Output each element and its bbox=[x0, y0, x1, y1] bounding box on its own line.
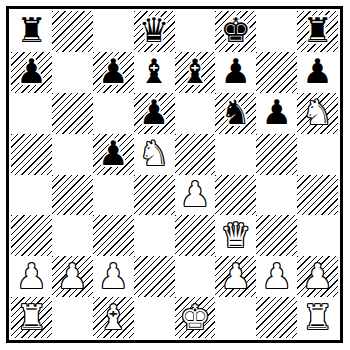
chess-board: ♜♛♚♜♟♟♝♝♟♟♟♞♟♞♟♞♟♛♟♟♟♟♟♟♜♝♚♜ bbox=[6, 6, 343, 343]
chess-diagram: ♜♛♚♜♟♟♝♝♟♟♟♞♟♞♟♞♟♛♟♟♟♟♟♟♜♝♚♜ bbox=[0, 0, 350, 350]
white-pawn: ♟ bbox=[261, 259, 291, 293]
square-f1[interactable] bbox=[215, 297, 256, 338]
square-h7[interactable]: ♟ bbox=[297, 52, 338, 93]
square-b3[interactable] bbox=[52, 215, 93, 256]
white-pawn: ♟ bbox=[180, 177, 210, 211]
white-queen: ♛ bbox=[221, 218, 251, 252]
square-b7[interactable] bbox=[52, 52, 93, 93]
square-h8[interactable]: ♜ bbox=[297, 11, 338, 52]
square-e8[interactable] bbox=[175, 11, 216, 52]
square-c4[interactable] bbox=[93, 175, 134, 216]
square-d8[interactable]: ♛ bbox=[134, 11, 175, 52]
black-bishop: ♝ bbox=[180, 54, 210, 88]
black-pawn: ♟ bbox=[98, 136, 128, 170]
square-e1[interactable]: ♚ bbox=[175, 297, 216, 338]
white-rook: ♜ bbox=[16, 300, 46, 334]
white-bishop: ♝ bbox=[98, 300, 128, 334]
square-c3[interactable] bbox=[93, 215, 134, 256]
square-g1[interactable] bbox=[256, 297, 297, 338]
square-f5[interactable] bbox=[215, 134, 256, 175]
white-pawn: ♟ bbox=[221, 259, 251, 293]
square-g4[interactable] bbox=[256, 175, 297, 216]
black-pawn: ♟ bbox=[139, 95, 169, 129]
black-pawn: ♟ bbox=[98, 54, 128, 88]
square-f3[interactable]: ♛ bbox=[215, 215, 256, 256]
square-d7[interactable]: ♝ bbox=[134, 52, 175, 93]
square-e7[interactable]: ♝ bbox=[175, 52, 216, 93]
black-bishop: ♝ bbox=[139, 54, 169, 88]
square-g7[interactable] bbox=[256, 52, 297, 93]
square-d5[interactable]: ♞ bbox=[134, 134, 175, 175]
square-d3[interactable] bbox=[134, 215, 175, 256]
square-a3[interactable] bbox=[11, 215, 52, 256]
square-b8[interactable] bbox=[52, 11, 93, 52]
square-b4[interactable] bbox=[52, 175, 93, 216]
white-pawn: ♟ bbox=[57, 259, 87, 293]
square-d6[interactable]: ♟ bbox=[134, 93, 175, 134]
square-h5[interactable] bbox=[297, 134, 338, 175]
square-c5[interactable]: ♟ bbox=[93, 134, 134, 175]
square-c8[interactable] bbox=[93, 11, 134, 52]
square-h1[interactable]: ♜ bbox=[297, 297, 338, 338]
square-f8[interactable]: ♚ bbox=[215, 11, 256, 52]
square-d2[interactable] bbox=[134, 256, 175, 297]
white-pawn: ♟ bbox=[16, 259, 46, 293]
black-knight: ♞ bbox=[221, 95, 251, 129]
square-e5[interactable] bbox=[175, 134, 216, 175]
square-h3[interactable] bbox=[297, 215, 338, 256]
square-a8[interactable]: ♜ bbox=[11, 11, 52, 52]
square-d4[interactable] bbox=[134, 175, 175, 216]
square-c1[interactable]: ♝ bbox=[93, 297, 134, 338]
square-b2[interactable]: ♟ bbox=[52, 256, 93, 297]
square-h6[interactable]: ♞ bbox=[297, 93, 338, 134]
white-king: ♚ bbox=[180, 300, 210, 334]
square-b1[interactable] bbox=[52, 297, 93, 338]
square-f6[interactable]: ♞ bbox=[215, 93, 256, 134]
square-h4[interactable] bbox=[297, 175, 338, 216]
black-rook: ♜ bbox=[302, 13, 332, 47]
square-a1[interactable]: ♜ bbox=[11, 297, 52, 338]
square-e3[interactable] bbox=[175, 215, 216, 256]
square-c6[interactable] bbox=[93, 93, 134, 134]
square-a7[interactable]: ♟ bbox=[11, 52, 52, 93]
black-pawn: ♟ bbox=[221, 54, 251, 88]
square-h2[interactable]: ♟ bbox=[297, 256, 338, 297]
square-g2[interactable]: ♟ bbox=[256, 256, 297, 297]
square-a5[interactable] bbox=[11, 134, 52, 175]
black-king: ♚ bbox=[221, 13, 251, 47]
white-knight: ♞ bbox=[139, 136, 169, 170]
black-queen: ♛ bbox=[139, 13, 169, 47]
square-e2[interactable] bbox=[175, 256, 216, 297]
square-f4[interactable] bbox=[215, 175, 256, 216]
square-b5[interactable] bbox=[52, 134, 93, 175]
square-f2[interactable]: ♟ bbox=[215, 256, 256, 297]
square-e6[interactable] bbox=[175, 93, 216, 134]
square-e4[interactable]: ♟ bbox=[175, 175, 216, 216]
square-a6[interactable] bbox=[11, 93, 52, 134]
square-g3[interactable] bbox=[256, 215, 297, 256]
square-c7[interactable]: ♟ bbox=[93, 52, 134, 93]
square-f7[interactable]: ♟ bbox=[215, 52, 256, 93]
white-knight: ♞ bbox=[302, 95, 332, 129]
black-rook: ♜ bbox=[16, 13, 46, 47]
black-pawn: ♟ bbox=[16, 54, 46, 88]
square-c2[interactable]: ♟ bbox=[93, 256, 134, 297]
square-b6[interactable] bbox=[52, 93, 93, 134]
black-pawn: ♟ bbox=[302, 54, 332, 88]
square-d1[interactable] bbox=[134, 297, 175, 338]
black-pawn: ♟ bbox=[261, 95, 291, 129]
square-g6[interactable]: ♟ bbox=[256, 93, 297, 134]
white-pawn: ♟ bbox=[98, 259, 128, 293]
white-rook: ♜ bbox=[302, 300, 332, 334]
white-pawn: ♟ bbox=[302, 259, 332, 293]
square-g5[interactable] bbox=[256, 134, 297, 175]
square-a2[interactable]: ♟ bbox=[11, 256, 52, 297]
square-g8[interactable] bbox=[256, 11, 297, 52]
square-a4[interactable] bbox=[11, 175, 52, 216]
